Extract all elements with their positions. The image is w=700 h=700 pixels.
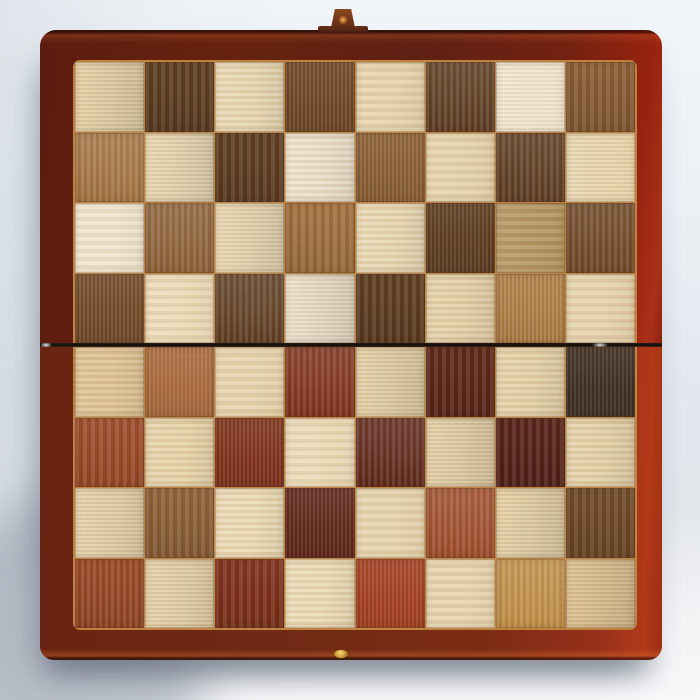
square-e7 (356, 133, 425, 203)
board-grid-top (73, 60, 637, 343)
square-a7 (75, 133, 144, 203)
square-f4 (426, 347, 495, 417)
square-a6 (75, 203, 144, 273)
square-g7 (496, 133, 565, 203)
folding-chess-box (40, 30, 662, 660)
square-a8 (75, 62, 144, 132)
square-h7 (566, 133, 635, 203)
square-f8 (426, 62, 495, 132)
square-e4 (356, 347, 425, 417)
square-g5 (496, 274, 565, 344)
square-a2 (75, 488, 144, 558)
square-b1 (145, 559, 214, 629)
square-c3 (215, 418, 284, 488)
square-e5 (356, 274, 425, 344)
square-h3 (566, 418, 635, 488)
square-b8 (145, 62, 214, 132)
square-c5 (215, 274, 284, 344)
board-bottom-half (40, 347, 662, 660)
board-top-half (40, 30, 662, 343)
square-f1 (426, 559, 495, 629)
square-c7 (215, 133, 284, 203)
square-g2 (496, 488, 565, 558)
square-c4 (215, 347, 284, 417)
square-b5 (145, 274, 214, 344)
square-a3 (75, 418, 144, 488)
brass-clasp (318, 9, 368, 32)
square-d7 (285, 133, 354, 203)
square-d2 (285, 488, 354, 558)
square-b2 (145, 488, 214, 558)
square-g8 (496, 62, 565, 132)
square-a5 (75, 274, 144, 344)
square-g1 (496, 559, 565, 629)
square-b4 (145, 347, 214, 417)
square-d1 (285, 559, 354, 629)
brass-catch-pin (334, 650, 348, 658)
square-a1 (75, 559, 144, 629)
square-e8 (356, 62, 425, 132)
square-b3 (145, 418, 214, 488)
square-a4 (75, 347, 144, 417)
square-d3 (285, 418, 354, 488)
square-e1 (356, 559, 425, 629)
square-b7 (145, 133, 214, 203)
square-c2 (215, 488, 284, 558)
square-f5 (426, 274, 495, 344)
square-c1 (215, 559, 284, 629)
square-e3 (356, 418, 425, 488)
square-d6 (285, 203, 354, 273)
square-e2 (356, 488, 425, 558)
square-g4 (496, 347, 565, 417)
square-g6 (496, 203, 565, 273)
square-f3 (426, 418, 495, 488)
square-h6 (566, 203, 635, 273)
square-h8 (566, 62, 635, 132)
square-d8 (285, 62, 354, 132)
square-c6 (215, 203, 284, 273)
square-e6 (356, 203, 425, 273)
square-f2 (426, 488, 495, 558)
square-d4 (285, 347, 354, 417)
square-d5 (285, 274, 354, 344)
square-g3 (496, 418, 565, 488)
square-f7 (426, 133, 495, 203)
square-h5 (566, 274, 635, 344)
square-f6 (426, 203, 495, 273)
clasp-knob-icon (331, 9, 355, 28)
square-h2 (566, 488, 635, 558)
square-h1 (566, 559, 635, 629)
photo-backdrop (0, 0, 700, 700)
square-b6 (145, 203, 214, 273)
square-c8 (215, 62, 284, 132)
board-grid-bottom (73, 347, 637, 630)
square-h4 (566, 347, 635, 417)
